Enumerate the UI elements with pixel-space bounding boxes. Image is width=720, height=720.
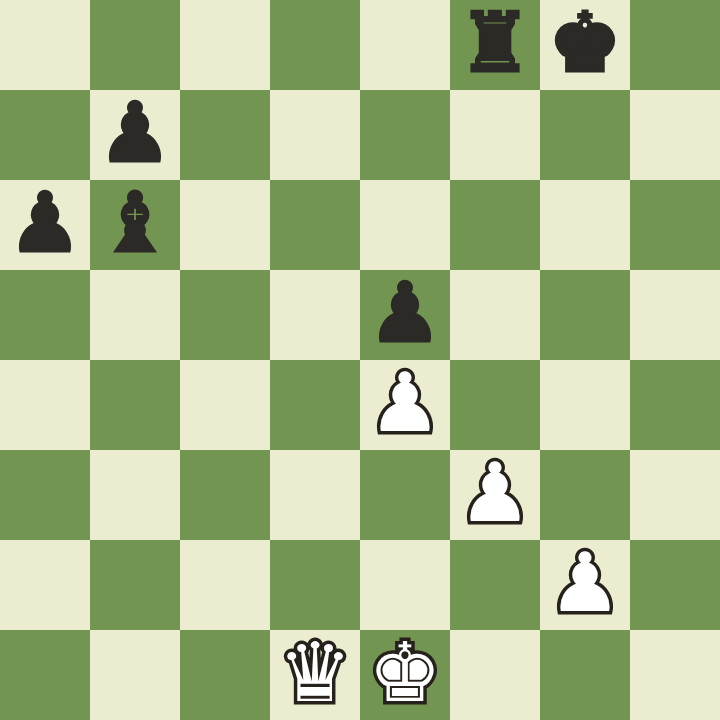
square-h6[interactable]: [630, 180, 720, 270]
square-b3[interactable]: [90, 450, 180, 540]
square-c4[interactable]: [180, 360, 270, 450]
square-b7[interactable]: ♟: [90, 90, 180, 180]
square-h4[interactable]: [630, 360, 720, 450]
square-e8[interactable]: [360, 0, 450, 90]
square-f5[interactable]: [450, 270, 540, 360]
piece-white-pawn[interactable]: ♟: [368, 358, 442, 448]
square-e5[interactable]: ♟: [360, 270, 450, 360]
square-d6[interactable]: [270, 180, 360, 270]
square-h8[interactable]: [630, 0, 720, 90]
square-a4[interactable]: [0, 360, 90, 450]
square-c7[interactable]: [180, 90, 270, 180]
piece-white-pawn[interactable]: ♟: [548, 538, 622, 628]
square-g6[interactable]: [540, 180, 630, 270]
piece-black-king[interactable]: ♚: [548, 0, 622, 88]
square-h1[interactable]: [630, 630, 720, 720]
square-e3[interactable]: [360, 450, 450, 540]
square-h2[interactable]: [630, 540, 720, 630]
square-g5[interactable]: [540, 270, 630, 360]
square-d7[interactable]: [270, 90, 360, 180]
square-g1[interactable]: [540, 630, 630, 720]
square-b1[interactable]: [90, 630, 180, 720]
piece-white-pawn[interactable]: ♟: [458, 448, 532, 538]
square-d5[interactable]: [270, 270, 360, 360]
square-d8[interactable]: [270, 0, 360, 90]
square-c2[interactable]: [180, 540, 270, 630]
piece-white-queen[interactable]: ♛: [278, 628, 352, 718]
square-h7[interactable]: [630, 90, 720, 180]
square-d2[interactable]: [270, 540, 360, 630]
square-g3[interactable]: [540, 450, 630, 540]
square-d4[interactable]: [270, 360, 360, 450]
square-a8[interactable]: [0, 0, 90, 90]
square-b2[interactable]: [90, 540, 180, 630]
square-a5[interactable]: [0, 270, 90, 360]
square-c3[interactable]: [180, 450, 270, 540]
square-e6[interactable]: [360, 180, 450, 270]
piece-black-pawn[interactable]: ♟: [8, 178, 82, 268]
square-a6[interactable]: ♟: [0, 180, 90, 270]
square-b8[interactable]: [90, 0, 180, 90]
square-f2[interactable]: [450, 540, 540, 630]
square-c5[interactable]: [180, 270, 270, 360]
square-f1[interactable]: [450, 630, 540, 720]
square-c8[interactable]: [180, 0, 270, 90]
square-h5[interactable]: [630, 270, 720, 360]
square-d1[interactable]: ♛: [270, 630, 360, 720]
square-g2[interactable]: ♟: [540, 540, 630, 630]
square-b5[interactable]: [90, 270, 180, 360]
square-e2[interactable]: [360, 540, 450, 630]
piece-black-rook[interactable]: ♜: [458, 0, 532, 88]
square-e4[interactable]: ♟: [360, 360, 450, 450]
square-f7[interactable]: [450, 90, 540, 180]
square-g4[interactable]: [540, 360, 630, 450]
square-e1[interactable]: ♚: [360, 630, 450, 720]
square-c6[interactable]: [180, 180, 270, 270]
piece-white-king[interactable]: ♚: [368, 628, 442, 718]
square-b4[interactable]: [90, 360, 180, 450]
square-a3[interactable]: [0, 450, 90, 540]
square-h3[interactable]: [630, 450, 720, 540]
chess-board: ♜♚♟♟♝♟♟♟♟♛♚: [0, 0, 720, 720]
square-f3[interactable]: ♟: [450, 450, 540, 540]
square-g7[interactable]: [540, 90, 630, 180]
square-a7[interactable]: [0, 90, 90, 180]
square-f8[interactable]: ♜: [450, 0, 540, 90]
square-b6[interactable]: ♝: [90, 180, 180, 270]
square-a1[interactable]: [0, 630, 90, 720]
piece-black-bishop[interactable]: ♝: [98, 178, 172, 268]
piece-black-pawn[interactable]: ♟: [368, 268, 442, 358]
square-g8[interactable]: ♚: [540, 0, 630, 90]
square-c1[interactable]: [180, 630, 270, 720]
square-f4[interactable]: [450, 360, 540, 450]
square-f6[interactable]: [450, 180, 540, 270]
square-a2[interactable]: [0, 540, 90, 630]
square-e7[interactable]: [360, 90, 450, 180]
piece-black-pawn[interactable]: ♟: [98, 88, 172, 178]
square-d3[interactable]: [270, 450, 360, 540]
